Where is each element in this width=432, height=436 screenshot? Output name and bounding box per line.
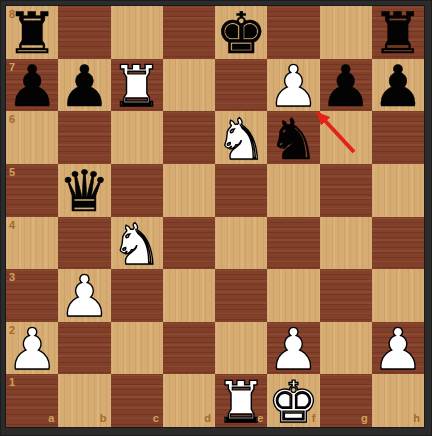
square-e8[interactable]: ♚ bbox=[215, 6, 267, 59]
square-d5[interactable] bbox=[163, 164, 215, 217]
piece-black-pawn[interactable]: ♟ bbox=[59, 60, 110, 112]
square-g3[interactable] bbox=[320, 269, 372, 322]
square-h1[interactable]: h bbox=[372, 374, 424, 427]
file-label-d: d bbox=[204, 413, 211, 424]
square-a6[interactable]: 6 bbox=[6, 111, 58, 164]
square-d2[interactable] bbox=[163, 322, 215, 375]
piece-black-pawn[interactable]: ♟ bbox=[320, 60, 371, 112]
piece-black-knight[interactable]: ♞ bbox=[268, 113, 319, 165]
square-c6[interactable] bbox=[111, 111, 163, 164]
rank-label-7: 7 bbox=[9, 62, 15, 73]
square-g7[interactable]: ♟ bbox=[320, 59, 372, 112]
piece-black-queen[interactable]: ♛ bbox=[59, 165, 110, 217]
square-h2[interactable]: ♟ bbox=[372, 322, 424, 375]
square-c4[interactable]: ♞ bbox=[111, 217, 163, 270]
square-a8[interactable]: 8♜ bbox=[6, 6, 58, 59]
piece-black-rook[interactable]: ♜ bbox=[372, 7, 423, 59]
square-h6[interactable] bbox=[372, 111, 424, 164]
square-c5[interactable] bbox=[111, 164, 163, 217]
rank-label-1: 1 bbox=[9, 377, 15, 388]
square-f6[interactable]: ♞ bbox=[267, 111, 319, 164]
square-e4[interactable] bbox=[215, 217, 267, 270]
square-f2[interactable]: ♟ bbox=[267, 322, 319, 375]
file-label-e: e bbox=[257, 413, 263, 424]
square-b6[interactable] bbox=[58, 111, 110, 164]
square-d8[interactable] bbox=[163, 6, 215, 59]
square-d1[interactable]: d bbox=[163, 374, 215, 427]
square-d6[interactable] bbox=[163, 111, 215, 164]
square-e5[interactable] bbox=[215, 164, 267, 217]
square-b5[interactable]: ♛ bbox=[58, 164, 110, 217]
chessboard-frame: 8♜♚♜7♟♟♜♟♟♟6♞♞5♛4♞3♟2♟♟♟1abcde♜f♚gh bbox=[0, 0, 432, 436]
square-a4[interactable]: 4 bbox=[6, 217, 58, 270]
square-b7[interactable]: ♟ bbox=[58, 59, 110, 112]
square-e3[interactable] bbox=[215, 269, 267, 322]
square-c7[interactable]: ♜ bbox=[111, 59, 163, 112]
square-h8[interactable]: ♜ bbox=[372, 6, 424, 59]
square-b1[interactable]: b bbox=[58, 374, 110, 427]
square-b2[interactable] bbox=[58, 322, 110, 375]
rank-label-3: 3 bbox=[9, 272, 15, 283]
square-e2[interactable] bbox=[215, 322, 267, 375]
square-f1[interactable]: f♚ bbox=[267, 374, 319, 427]
square-f8[interactable] bbox=[267, 6, 319, 59]
square-b4[interactable] bbox=[58, 217, 110, 270]
rank-label-2: 2 bbox=[9, 325, 15, 336]
square-f7[interactable]: ♟ bbox=[267, 59, 319, 112]
file-label-c: c bbox=[153, 413, 159, 424]
square-h3[interactable] bbox=[372, 269, 424, 322]
square-c1[interactable]: c bbox=[111, 374, 163, 427]
square-g5[interactable] bbox=[320, 164, 372, 217]
file-label-h: h bbox=[413, 413, 420, 424]
square-b3[interactable]: ♟ bbox=[58, 269, 110, 322]
square-e6[interactable]: ♞ bbox=[215, 111, 267, 164]
square-g1[interactable]: g bbox=[320, 374, 372, 427]
piece-white-pawn[interactable]: ♟ bbox=[59, 270, 110, 322]
square-d4[interactable] bbox=[163, 217, 215, 270]
rank-label-5: 5 bbox=[9, 167, 15, 178]
piece-white-pawn[interactable]: ♟ bbox=[268, 60, 319, 112]
piece-white-pawn[interactable]: ♟ bbox=[372, 323, 423, 375]
file-label-b: b bbox=[100, 413, 107, 424]
square-g4[interactable] bbox=[320, 217, 372, 270]
file-label-g: g bbox=[361, 413, 368, 424]
rank-label-8: 8 bbox=[9, 9, 15, 20]
piece-black-pawn[interactable]: ♟ bbox=[372, 60, 423, 112]
piece-white-knight[interactable]: ♞ bbox=[111, 218, 162, 270]
square-h5[interactable] bbox=[372, 164, 424, 217]
square-g8[interactable] bbox=[320, 6, 372, 59]
piece-white-pawn[interactable]: ♟ bbox=[268, 323, 319, 375]
square-c2[interactable] bbox=[111, 322, 163, 375]
square-g6[interactable] bbox=[320, 111, 372, 164]
file-label-f: f bbox=[312, 413, 316, 424]
square-e1[interactable]: e♜ bbox=[215, 374, 267, 427]
piece-white-rook[interactable]: ♜ bbox=[111, 60, 162, 112]
square-b8[interactable] bbox=[58, 6, 110, 59]
square-h4[interactable] bbox=[372, 217, 424, 270]
chessboard: 8♜♚♜7♟♟♜♟♟♟6♞♞5♛4♞3♟2♟♟♟1abcde♜f♚gh bbox=[6, 6, 424, 427]
square-f4[interactable] bbox=[267, 217, 319, 270]
square-a5[interactable]: 5 bbox=[6, 164, 58, 217]
square-h7[interactable]: ♟ bbox=[372, 59, 424, 112]
square-d7[interactable] bbox=[163, 59, 215, 112]
square-a3[interactable]: 3 bbox=[6, 269, 58, 322]
square-a1[interactable]: 1a bbox=[6, 374, 58, 427]
rank-label-4: 4 bbox=[9, 220, 15, 231]
square-a7[interactable]: 7♟ bbox=[6, 59, 58, 112]
square-c8[interactable] bbox=[111, 6, 163, 59]
piece-white-knight[interactable]: ♞ bbox=[216, 113, 267, 165]
square-d3[interactable] bbox=[163, 269, 215, 322]
square-f3[interactable] bbox=[267, 269, 319, 322]
rank-label-6: 6 bbox=[9, 114, 15, 125]
piece-black-king[interactable]: ♚ bbox=[216, 7, 267, 59]
square-c3[interactable] bbox=[111, 269, 163, 322]
square-f5[interactable] bbox=[267, 164, 319, 217]
square-a2[interactable]: 2♟ bbox=[6, 322, 58, 375]
square-e7[interactable] bbox=[215, 59, 267, 112]
file-label-a: a bbox=[48, 413, 54, 424]
square-g2[interactable] bbox=[320, 322, 372, 375]
